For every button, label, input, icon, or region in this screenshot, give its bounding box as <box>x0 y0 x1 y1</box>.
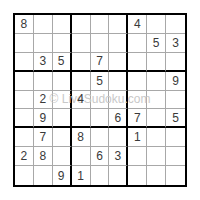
cell-digit: 1 <box>77 170 84 182</box>
cell-r1c2[interactable] <box>34 15 53 34</box>
cell-r3c7[interactable] <box>128 53 147 72</box>
cell-digit: 8 <box>21 18 28 30</box>
cell-r8c7[interactable] <box>128 147 147 166</box>
cell-digit: 2 <box>39 93 46 105</box>
cell-r2c3[interactable] <box>53 34 72 53</box>
cell-r6c6[interactable]: 6 <box>109 109 128 128</box>
cell-r7c7[interactable]: 1 <box>128 128 147 147</box>
cell-r7c5[interactable] <box>91 128 110 147</box>
cell-r8c2[interactable]: 8 <box>34 147 53 166</box>
cell-digit: 4 <box>134 18 141 30</box>
cell-digit: 6 <box>115 112 122 124</box>
cell-r5c4[interactable]: 4 <box>72 91 91 110</box>
cell-r1c1[interactable]: 8 <box>15 15 34 34</box>
cell-r9c9[interactable] <box>166 166 185 185</box>
cell-r1c8[interactable] <box>147 15 166 34</box>
cell-r6c3[interactable] <box>53 109 72 128</box>
cell-r3c4[interactable] <box>72 53 91 72</box>
cell-digit: 5 <box>172 112 179 124</box>
cell-r9c3[interactable]: 9 <box>53 166 72 185</box>
cell-r3c6[interactable] <box>109 53 128 72</box>
cell-r6c4[interactable] <box>72 109 91 128</box>
sudoku-board: 845335759249675781286391 <box>13 13 187 187</box>
cell-r8c4[interactable] <box>72 147 91 166</box>
cell-r3c2[interactable]: 3 <box>34 53 53 72</box>
cell-r2c5[interactable] <box>91 34 110 53</box>
cell-digit: 5 <box>58 55 65 67</box>
cell-r8c9[interactable] <box>166 147 185 166</box>
cell-r2c6[interactable] <box>109 34 128 53</box>
cell-r6c7[interactable]: 7 <box>128 109 147 128</box>
cell-digit: 2 <box>21 150 28 162</box>
cell-r5c2[interactable]: 2 <box>34 91 53 110</box>
cell-digit: 3 <box>115 150 122 162</box>
cell-r9c4[interactable]: 1 <box>72 166 91 185</box>
cell-r3c3[interactable]: 5 <box>53 53 72 72</box>
cell-r6c1[interactable] <box>15 109 34 128</box>
cell-r2c2[interactable] <box>34 34 53 53</box>
cell-r1c4[interactable] <box>72 15 91 34</box>
cell-digit: 5 <box>153 37 160 49</box>
cell-digit: 7 <box>134 112 141 124</box>
cell-r7c6[interactable] <box>109 128 128 147</box>
cell-r4c4[interactable] <box>72 72 91 91</box>
cell-r7c1[interactable] <box>15 128 34 147</box>
cell-r7c2[interactable]: 7 <box>34 128 53 147</box>
cell-r7c4[interactable]: 8 <box>72 128 91 147</box>
cell-r1c6[interactable] <box>109 15 128 34</box>
cell-r4c3[interactable] <box>53 72 72 91</box>
cell-r5c3[interactable] <box>53 91 72 110</box>
cell-r9c2[interactable] <box>34 166 53 185</box>
cell-r6c8[interactable] <box>147 109 166 128</box>
cell-r5c9[interactable] <box>166 91 185 110</box>
cell-digit: 7 <box>39 131 46 143</box>
cell-digit: 9 <box>58 170 65 182</box>
cell-r5c8[interactable] <box>147 91 166 110</box>
cell-digit: 6 <box>96 150 103 162</box>
cell-r2c7[interactable] <box>128 34 147 53</box>
cell-r9c6[interactable] <box>109 166 128 185</box>
cell-r2c8[interactable]: 5 <box>147 34 166 53</box>
cell-r1c5[interactable] <box>91 15 110 34</box>
cell-r5c6[interactable] <box>109 91 128 110</box>
cell-r5c1[interactable] <box>15 91 34 110</box>
cell-r1c7[interactable]: 4 <box>128 15 147 34</box>
cell-r8c1[interactable]: 2 <box>15 147 34 166</box>
cell-r4c8[interactable] <box>147 72 166 91</box>
cell-r8c8[interactable] <box>147 147 166 166</box>
cell-r8c5[interactable]: 6 <box>91 147 110 166</box>
cell-r1c9[interactable] <box>166 15 185 34</box>
cell-r7c8[interactable] <box>147 128 166 147</box>
cell-r4c2[interactable] <box>34 72 53 91</box>
cell-r3c1[interactable] <box>15 53 34 72</box>
cell-digit: 5 <box>96 75 103 87</box>
cell-digit: 8 <box>77 131 84 143</box>
cell-r3c8[interactable] <box>147 53 166 72</box>
cell-r2c9[interactable]: 3 <box>166 34 185 53</box>
cell-digit: 8 <box>39 150 46 162</box>
cell-r9c5[interactable] <box>91 166 110 185</box>
cell-r7c3[interactable] <box>53 128 72 147</box>
cell-digit: 1 <box>134 131 141 143</box>
cell-r3c9[interactable] <box>166 53 185 72</box>
cell-r9c1[interactable] <box>15 166 34 185</box>
cell-r3c5[interactable]: 7 <box>91 53 110 72</box>
cell-r9c8[interactable] <box>147 166 166 185</box>
cell-r6c9[interactable]: 5 <box>166 109 185 128</box>
cell-r4c9[interactable]: 9 <box>166 72 185 91</box>
cell-r2c1[interactable] <box>15 34 34 53</box>
cell-digit: 9 <box>172 75 179 87</box>
cell-r2c4[interactable] <box>72 34 91 53</box>
cell-r4c1[interactable] <box>15 72 34 91</box>
cell-r6c5[interactable] <box>91 109 110 128</box>
cell-r1c3[interactable] <box>53 15 72 34</box>
cell-digit: 3 <box>172 37 179 49</box>
cell-r8c6[interactable]: 3 <box>109 147 128 166</box>
cell-r8c3[interactable] <box>53 147 72 166</box>
cell-r9c7[interactable] <box>128 166 147 185</box>
cell-r4c6[interactable] <box>109 72 128 91</box>
cell-r5c5[interactable] <box>91 91 110 110</box>
cell-r4c5[interactable]: 5 <box>91 72 110 91</box>
cell-r7c9[interactable] <box>166 128 185 147</box>
cell-digit: 9 <box>39 112 46 124</box>
cell-r5c7[interactable] <box>128 91 147 110</box>
cell-digit: 3 <box>39 55 46 67</box>
cell-digit: 4 <box>77 93 84 105</box>
cell-digit: 7 <box>96 55 103 67</box>
cell-r4c7[interactable] <box>128 72 147 91</box>
cell-r6c2[interactable]: 9 <box>34 109 53 128</box>
